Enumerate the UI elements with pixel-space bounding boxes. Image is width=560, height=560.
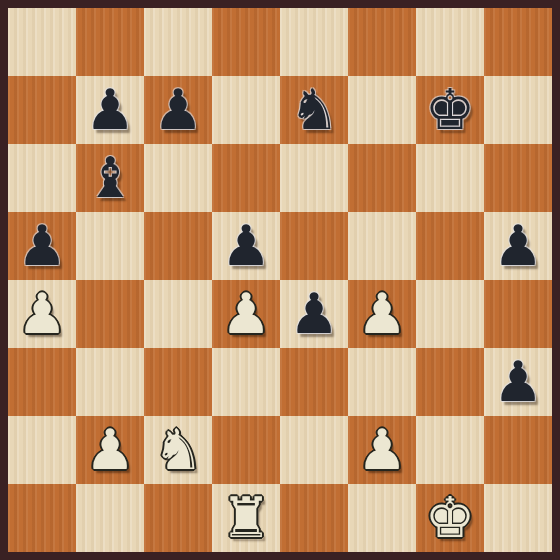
- square-d5[interactable]: ♟: [212, 212, 280, 280]
- piece-white-pawn-f2[interactable]: ♟: [348, 416, 416, 484]
- piece-black-king-g7[interactable]: ♚: [416, 76, 484, 144]
- piece-black-bishop-b6[interactable]: ♝: [76, 144, 144, 212]
- square-h4[interactable]: [484, 280, 552, 348]
- square-g7[interactable]: ♚: [416, 76, 484, 144]
- square-d4[interactable]: ♟: [212, 280, 280, 348]
- square-a6[interactable]: [8, 144, 76, 212]
- piece-white-knight-c2[interactable]: ♞: [144, 416, 212, 484]
- piece-white-king-g1[interactable]: ♚: [416, 484, 484, 552]
- chess-board: ♟♟♞♚♝♟♟♟♟♟♟♟♟♟♞♟♜♚: [8, 8, 552, 552]
- square-h5[interactable]: ♟: [484, 212, 552, 280]
- square-e8[interactable]: [280, 8, 348, 76]
- square-b8[interactable]: [76, 8, 144, 76]
- square-a3[interactable]: [8, 348, 76, 416]
- piece-black-pawn-h5[interactable]: ♟: [484, 212, 552, 280]
- square-h2[interactable]: [484, 416, 552, 484]
- square-a5[interactable]: ♟: [8, 212, 76, 280]
- square-f6[interactable]: [348, 144, 416, 212]
- square-b5[interactable]: [76, 212, 144, 280]
- square-h3[interactable]: ♟: [484, 348, 552, 416]
- piece-white-rook-d1[interactable]: ♜: [212, 484, 280, 552]
- piece-white-pawn-d4[interactable]: ♟: [212, 280, 280, 348]
- square-d6[interactable]: [212, 144, 280, 212]
- square-g4[interactable]: [416, 280, 484, 348]
- square-b3[interactable]: [76, 348, 144, 416]
- square-g5[interactable]: [416, 212, 484, 280]
- square-e3[interactable]: [280, 348, 348, 416]
- square-c1[interactable]: [144, 484, 212, 552]
- square-g6[interactable]: [416, 144, 484, 212]
- piece-black-pawn-e4[interactable]: ♟: [280, 280, 348, 348]
- square-g2[interactable]: [416, 416, 484, 484]
- square-g3[interactable]: [416, 348, 484, 416]
- square-e2[interactable]: [280, 416, 348, 484]
- square-b7[interactable]: ♟: [76, 76, 144, 144]
- square-a7[interactable]: [8, 76, 76, 144]
- piece-white-pawn-f4[interactable]: ♟: [348, 280, 416, 348]
- square-e1[interactable]: [280, 484, 348, 552]
- piece-black-pawn-b7[interactable]: ♟: [76, 76, 144, 144]
- square-e7[interactable]: ♞: [280, 76, 348, 144]
- square-f4[interactable]: ♟: [348, 280, 416, 348]
- square-c4[interactable]: [144, 280, 212, 348]
- square-f2[interactable]: ♟: [348, 416, 416, 484]
- square-b1[interactable]: [76, 484, 144, 552]
- square-c2[interactable]: ♞: [144, 416, 212, 484]
- piece-black-knight-e7[interactable]: ♞: [280, 76, 348, 144]
- square-e6[interactable]: [280, 144, 348, 212]
- square-d7[interactable]: [212, 76, 280, 144]
- square-d3[interactable]: [212, 348, 280, 416]
- chess-board-frame: ♟♟♞♚♝♟♟♟♟♟♟♟♟♟♞♟♜♚: [0, 0, 560, 560]
- piece-black-pawn-c7[interactable]: ♟: [144, 76, 212, 144]
- square-f1[interactable]: [348, 484, 416, 552]
- square-b4[interactable]: [76, 280, 144, 348]
- square-d2[interactable]: [212, 416, 280, 484]
- square-h7[interactable]: [484, 76, 552, 144]
- piece-black-pawn-a5[interactable]: ♟: [8, 212, 76, 280]
- square-b6[interactable]: ♝: [76, 144, 144, 212]
- square-d1[interactable]: ♜: [212, 484, 280, 552]
- square-h1[interactable]: [484, 484, 552, 552]
- square-a2[interactable]: [8, 416, 76, 484]
- square-f5[interactable]: [348, 212, 416, 280]
- square-c5[interactable]: [144, 212, 212, 280]
- square-e5[interactable]: [280, 212, 348, 280]
- square-g8[interactable]: [416, 8, 484, 76]
- piece-black-pawn-d5[interactable]: ♟: [212, 212, 280, 280]
- square-h8[interactable]: [484, 8, 552, 76]
- square-h6[interactable]: [484, 144, 552, 212]
- square-f3[interactable]: [348, 348, 416, 416]
- square-f8[interactable]: [348, 8, 416, 76]
- square-g1[interactable]: ♚: [416, 484, 484, 552]
- piece-white-pawn-a4[interactable]: ♟: [8, 280, 76, 348]
- square-b2[interactable]: ♟: [76, 416, 144, 484]
- square-a4[interactable]: ♟: [8, 280, 76, 348]
- square-a1[interactable]: [8, 484, 76, 552]
- square-a8[interactable]: [8, 8, 76, 76]
- square-c7[interactable]: ♟: [144, 76, 212, 144]
- square-f7[interactable]: [348, 76, 416, 144]
- square-c3[interactable]: [144, 348, 212, 416]
- square-d8[interactable]: [212, 8, 280, 76]
- square-c8[interactable]: [144, 8, 212, 76]
- piece-black-pawn-h3[interactable]: ♟: [484, 348, 552, 416]
- piece-white-pawn-b2[interactable]: ♟: [76, 416, 144, 484]
- square-e4[interactable]: ♟: [280, 280, 348, 348]
- square-c6[interactable]: [144, 144, 212, 212]
